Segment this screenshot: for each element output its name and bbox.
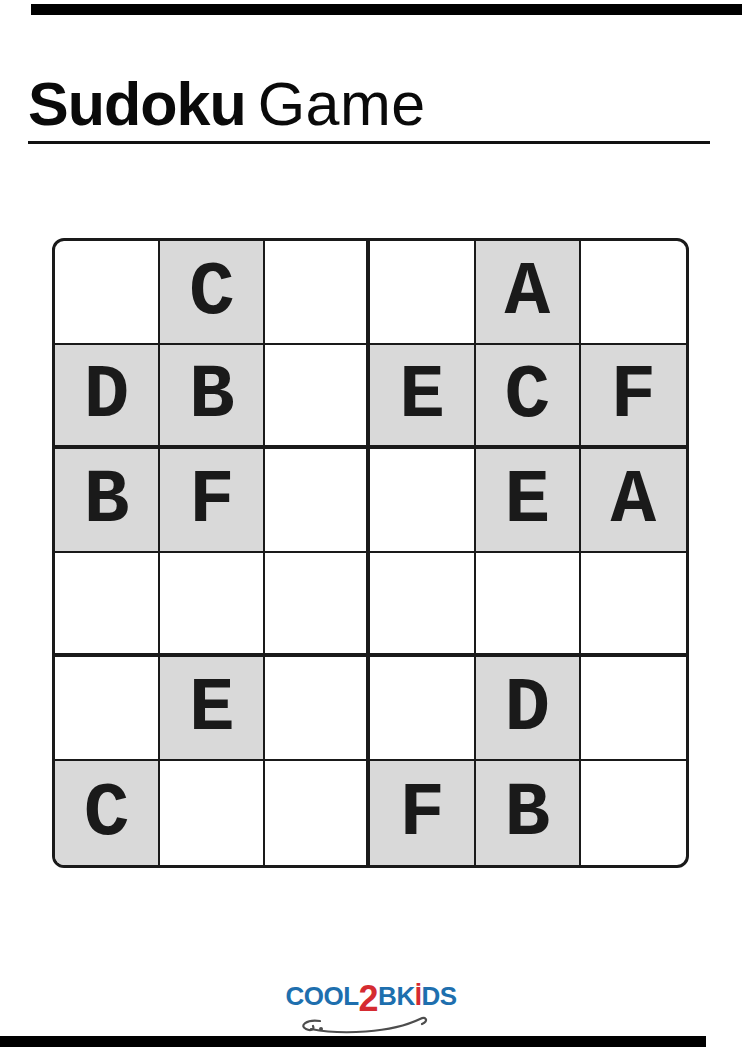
logo-segment-3: BK [378,981,415,1011]
top-decoration-bar [31,4,742,15]
cell-r4c1[interactable] [55,553,160,657]
cell-r2c5[interactable]: C [476,345,581,449]
cell-r3c4[interactable] [370,449,475,553]
cell-r4c5[interactable] [476,553,581,657]
cell-r6c6[interactable] [581,761,686,865]
cell-r1c4[interactable] [370,241,475,345]
cell-r6c5[interactable]: B [476,761,581,865]
cell-r2c3[interactable] [265,345,370,449]
logo-segment-5: DS [421,981,456,1011]
title-underline [28,141,710,144]
cell-r3c3[interactable] [265,449,370,553]
cell-r2c2[interactable]: B [160,345,265,449]
cell-r5c1[interactable] [55,657,160,761]
cool2bkids-logo-text: COOL2BKİDS [0,981,742,1017]
cell-r4c4[interactable] [370,553,475,657]
page-title: SudokuGame [28,72,426,136]
sudoku-grid: CADBECFBFEAEDCFB [52,238,689,868]
worksheet-page: SudokuGame CADBECFBFEAEDCFB COOL2BKİDS [0,0,742,1050]
cell-r5c2[interactable]: E [160,657,265,761]
title-word-game: Game [258,70,426,138]
cell-r2c4[interactable]: E [370,345,475,449]
cool2bkids-logo: COOL2BKİDS [0,981,742,1036]
cell-r1c3[interactable] [265,241,370,345]
cell-r1c6[interactable] [581,241,686,345]
cell-r4c3[interactable] [265,553,370,657]
cell-r3c1[interactable]: B [55,449,160,553]
cell-r3c2[interactable]: F [160,449,265,553]
cell-r6c1[interactable]: C [55,761,160,865]
bottom-decoration-bar [0,1036,706,1047]
cell-r4c2[interactable] [160,553,265,657]
cell-r1c1[interactable] [55,241,160,345]
cell-r5c3[interactable] [265,657,370,761]
cell-r2c6[interactable]: F [581,345,686,449]
cell-r5c6[interactable] [581,657,686,761]
cell-r6c2[interactable] [160,761,265,865]
cell-r1c2[interactable]: C [160,241,265,345]
title-word-sudoku: Sudoku [28,70,246,138]
cell-r1c5[interactable]: A [476,241,581,345]
cell-r3c6[interactable]: A [581,449,686,553]
cell-r2c1[interactable]: D [55,345,160,449]
cell-r3c5[interactable]: E [476,449,581,553]
logo-segment-2: 2 [359,978,379,1019]
cell-r5c5[interactable]: D [476,657,581,761]
cell-r6c4[interactable]: F [370,761,475,865]
logo-segment-1: COOL [285,981,358,1011]
cell-r4c6[interactable] [581,553,686,657]
cell-r5c4[interactable] [370,657,475,761]
cell-r6c3[interactable] [265,761,370,865]
